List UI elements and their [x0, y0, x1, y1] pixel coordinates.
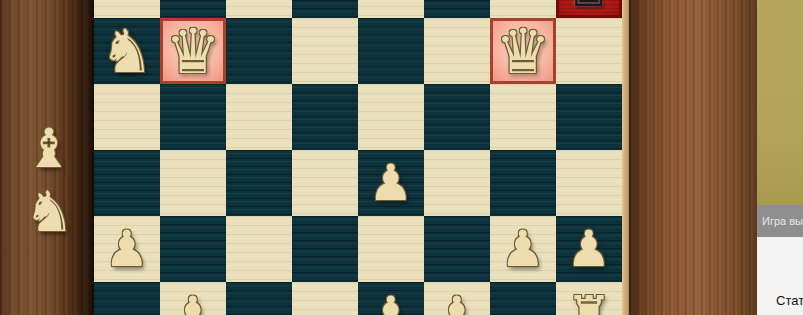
square-e3[interactable]: ♟ [358, 282, 424, 315]
square-g8[interactable] [490, 0, 556, 18]
square-d5[interactable] [292, 150, 358, 216]
white-queen: ♛ [160, 18, 226, 84]
square-c5[interactable] [226, 150, 292, 216]
chess-board: ♚♞♛♛♟♟♟♟♟♟♟♜ [94, 0, 622, 315]
square-c6[interactable] [226, 84, 292, 150]
square-f6[interactable] [424, 84, 490, 150]
square-a5[interactable] [94, 150, 160, 216]
white-pawn: ♟ [358, 150, 424, 216]
square-h7[interactable] [556, 18, 622, 84]
square-f7[interactable] [424, 18, 490, 84]
white-knight: ♞ [94, 18, 160, 84]
square-h4[interactable]: ♟ [556, 216, 622, 282]
square-g5[interactable] [490, 150, 556, 216]
square-h3[interactable]: ♜ [556, 282, 622, 315]
square-a7[interactable]: ♞ [94, 18, 160, 84]
game-over-banner: Игра вы [757, 205, 803, 237]
square-a8[interactable] [94, 0, 160, 18]
square-d3[interactable] [292, 282, 358, 315]
game-over-text: Игра вы [762, 215, 803, 227]
square-c3[interactable] [226, 282, 292, 315]
white-pawn: ♟ [556, 216, 622, 282]
square-e7[interactable] [358, 18, 424, 84]
square-h8[interactable]: ♚ [556, 0, 622, 18]
square-e4[interactable] [358, 216, 424, 282]
square-b8[interactable] [160, 0, 226, 18]
square-g6[interactable] [490, 84, 556, 150]
square-a3[interactable] [94, 282, 160, 315]
square-g4[interactable]: ♟ [490, 216, 556, 282]
square-b6[interactable] [160, 84, 226, 150]
statistics-panel: Стат [757, 237, 803, 315]
square-f3[interactable]: ♟ [424, 282, 490, 315]
square-b3[interactable]: ♟ [160, 282, 226, 315]
captured-white-tray: ♝♞ [0, 0, 86, 315]
white-pawn: ♟ [424, 282, 490, 315]
square-f8[interactable] [424, 0, 490, 18]
square-b5[interactable] [160, 150, 226, 216]
chess-game-window: ♝♞ ♚♞♛♛♟♟♟♟♟♟♟♜ ♞♟♞♟♟ ♟♟♜♟♝ Игра вы Стат [0, 0, 803, 315]
square-c7[interactable] [226, 18, 292, 84]
black-king: ♚ [556, 0, 622, 18]
captured-black-tray: ♞♟♞♟♟ ♟♟♜♟♝ [629, 0, 757, 315]
square-c4[interactable] [226, 216, 292, 282]
white-rook: ♜ [556, 282, 622, 315]
square-e8[interactable] [358, 0, 424, 18]
square-e5[interactable]: ♟ [358, 150, 424, 216]
white-pawn: ♟ [358, 282, 424, 315]
white-pawn: ♟ [94, 216, 160, 282]
board-right-edge [622, 0, 629, 315]
right-side-panel: Игра вы Стат [757, 0, 803, 315]
square-g3[interactable] [490, 282, 556, 315]
captured-white-bishop: ♝ [19, 117, 79, 180]
square-e6[interactable] [358, 84, 424, 150]
square-g7[interactable]: ♛ [490, 18, 556, 84]
board-left-edge [86, 0, 94, 315]
square-b4[interactable] [160, 216, 226, 282]
square-d7[interactable] [292, 18, 358, 84]
statistics-label[interactable]: Стат [776, 293, 803, 308]
square-h6[interactable] [556, 84, 622, 150]
square-f4[interactable] [424, 216, 490, 282]
white-pawn: ♟ [490, 216, 556, 282]
square-h5[interactable] [556, 150, 622, 216]
square-c8[interactable] [226, 0, 292, 18]
square-d6[interactable] [292, 84, 358, 150]
captured-white-knight: ♞ [19, 180, 79, 243]
white-queen: ♛ [490, 18, 556, 84]
captured-white-column: ♝♞ [19, 117, 79, 243]
room-background-strip [757, 0, 803, 205]
square-a6[interactable] [94, 84, 160, 150]
white-pawn: ♟ [160, 282, 226, 315]
square-d8[interactable] [292, 0, 358, 18]
square-a4[interactable]: ♟ [94, 216, 160, 282]
square-d4[interactable] [292, 216, 358, 282]
square-f5[interactable] [424, 150, 490, 216]
square-b7[interactable]: ♛ [160, 18, 226, 84]
